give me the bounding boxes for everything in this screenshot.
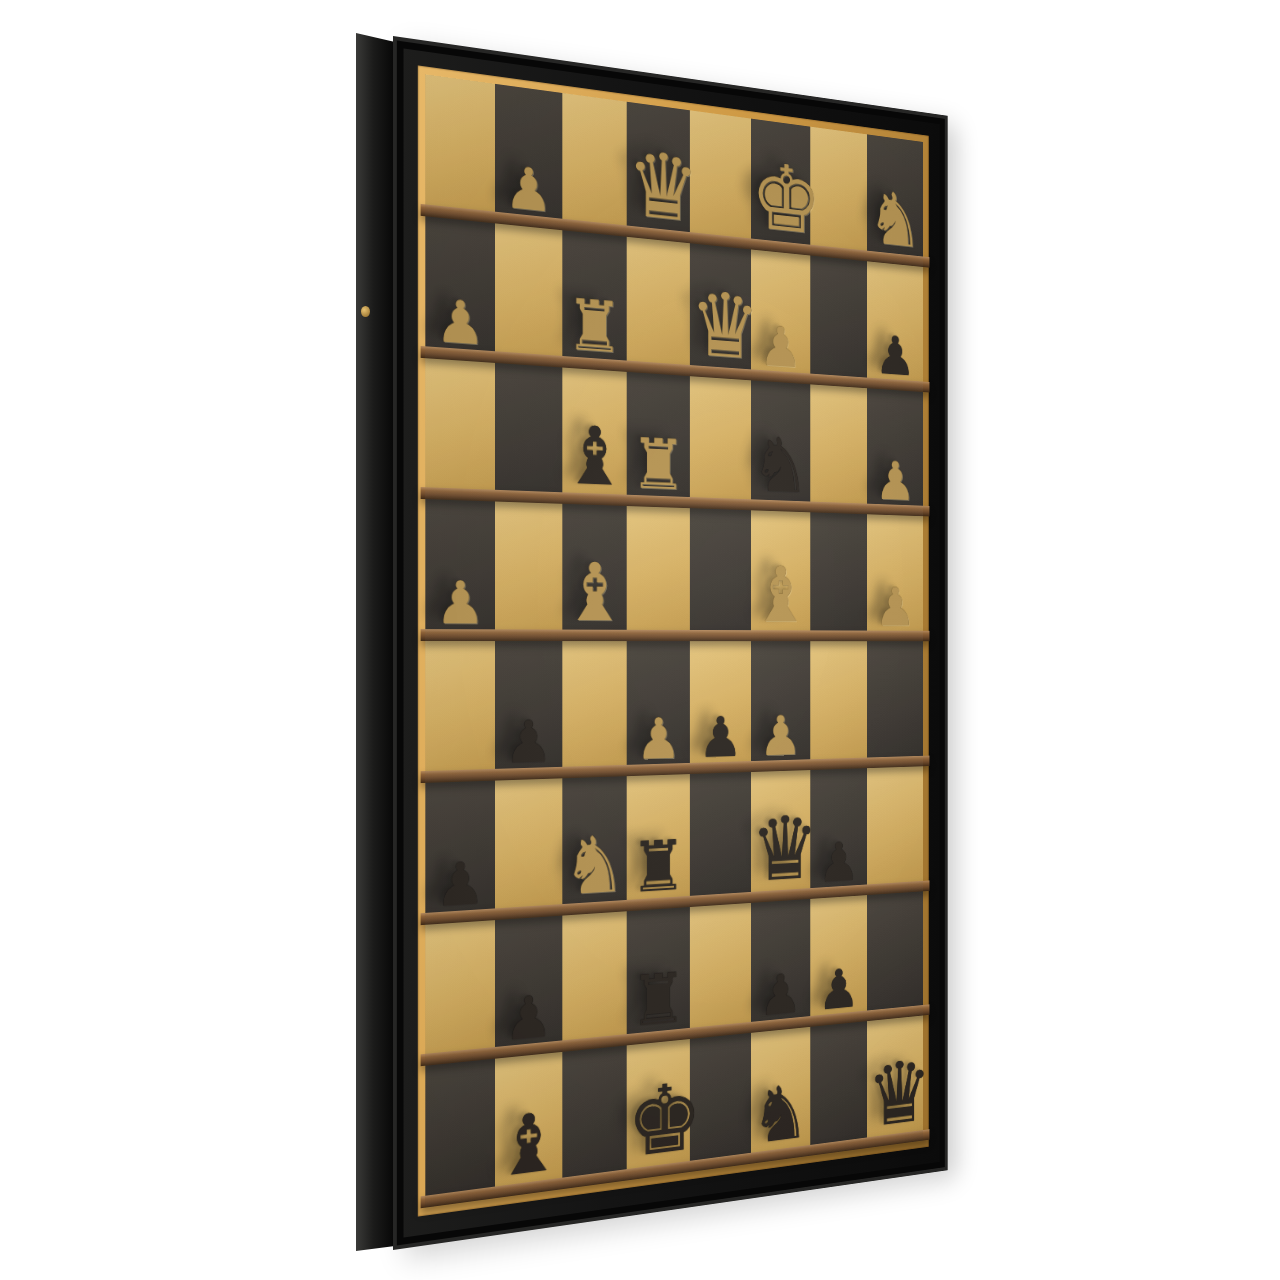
piece-black-pawn-e4[interactable]: ♟ <box>690 709 751 766</box>
frame-left-side-face <box>356 33 395 1251</box>
piece-gold-king-f8[interactable]: ♚ <box>751 149 810 247</box>
square-b5[interactable] <box>495 502 562 641</box>
piece-gold-pawn-b8[interactable]: ♟ <box>495 156 562 222</box>
piece-black-pawn-b2[interactable]: ♟ <box>495 986 562 1050</box>
square-e3[interactable] <box>690 772 751 907</box>
square-g7[interactable] <box>810 255 867 388</box>
piece-black-bishop-b1[interactable]: ♝ <box>495 1100 562 1190</box>
square-g6[interactable] <box>810 384 867 515</box>
piece-black-queen-h1[interactable]: ♛ <box>867 1049 923 1140</box>
square-c1[interactable] <box>562 1046 627 1190</box>
square-h3[interactable] <box>867 766 923 895</box>
square-b6[interactable] <box>495 362 562 504</box>
square-h4[interactable] <box>867 641 923 768</box>
square-a1[interactable] <box>425 1059 494 1208</box>
piece-gold-pawn-a5[interactable]: ♟ <box>425 573 494 633</box>
piece-black-pawn-b4[interactable]: ♟ <box>495 712 562 772</box>
square-e5[interactable] <box>690 508 751 641</box>
piece-black-queen-f3[interactable]: ♛ <box>751 804 810 894</box>
square-h2[interactable] <box>867 891 923 1021</box>
square-e8[interactable] <box>690 110 751 249</box>
piece-black-pawn-f2[interactable]: ♟ <box>751 965 810 1025</box>
chess-wall-case: ♟♛♚♞♟♜♛♟♟♝♜♞♟♟♝♝♟♟♟♟♟♟♞♜♛♟♟♜♟♟♝♚♞♛ <box>393 36 948 1250</box>
piece-gold-pawn-f4[interactable]: ♟ <box>751 708 810 764</box>
piece-black-knight-f1[interactable]: ♞ <box>751 1074 810 1156</box>
square-b7[interactable] <box>495 223 562 367</box>
piece-black-rook-d3[interactable]: ♜ <box>627 829 690 902</box>
square-c8[interactable] <box>562 93 627 237</box>
piece-black-knight-f6[interactable]: ♞ <box>751 427 810 504</box>
shelf-rank-5 <box>421 629 930 641</box>
piece-gold-rook-c7[interactable]: ♜ <box>562 287 627 363</box>
square-c2[interactable] <box>562 911 627 1052</box>
board-field: ♟♛♚♞♟♜♛♟♟♝♜♞♟♟♝♝♟♟♟♟♟♟♞♜♛♟♟♜♟♟♝♚♞♛ <box>425 74 923 1207</box>
square-b3[interactable] <box>495 778 562 920</box>
piece-gold-pawn-f7[interactable]: ♟ <box>751 317 810 376</box>
piece-black-pawn-h7[interactable]: ♟ <box>867 327 923 384</box>
piece-black-rook-d2[interactable]: ♜ <box>627 962 690 1037</box>
square-c4[interactable] <box>562 641 627 778</box>
square-d7[interactable] <box>627 237 690 376</box>
hanger-knob <box>361 306 370 317</box>
piece-black-king-d1[interactable]: ♚ <box>627 1071 690 1172</box>
square-a2[interactable] <box>425 920 494 1066</box>
piece-black-pawn-g2[interactable]: ♟ <box>810 960 867 1019</box>
square-g4[interactable] <box>810 641 867 770</box>
piece-gold-knight-h8[interactable]: ♞ <box>867 180 923 259</box>
square-e6[interactable] <box>690 376 751 511</box>
square-g1[interactable] <box>810 1021 867 1155</box>
product-photo-scene: ♟♛♚♞♟♜♛♟♟♝♜♞♟♟♝♝♟♟♟♟♟♟♞♜♛♟♟♜♟♟♝♚♞♛ <box>0 0 1280 1280</box>
piece-gold-pawn-d4[interactable]: ♟ <box>627 710 690 768</box>
piece-gold-queen-d8[interactable]: ♛ <box>627 137 690 234</box>
piece-black-bishop-c6[interactable]: ♝ <box>562 415 627 498</box>
square-d5[interactable] <box>627 506 690 641</box>
piece-gold-rook-d6[interactable]: ♜ <box>627 428 690 500</box>
piece-gold-pawn-a7[interactable]: ♟ <box>425 289 494 353</box>
piece-gold-pawn-h5[interactable]: ♟ <box>867 580 923 633</box>
piece-gold-pawn-h6[interactable]: ♟ <box>867 453 923 508</box>
piece-gold-bishop-c5[interactable]: ♝ <box>562 552 627 633</box>
square-a4[interactable] <box>425 641 494 783</box>
square-e2[interactable] <box>690 902 751 1039</box>
square-g5[interactable] <box>810 513 867 642</box>
square-a8[interactable] <box>425 74 494 223</box>
piece-black-pawn-g3[interactable]: ♟ <box>810 833 867 890</box>
piece-gold-bishop-f5[interactable]: ♝ <box>751 556 810 633</box>
square-a6[interactable] <box>425 358 494 502</box>
piece-black-pawn-a3[interactable]: ♟ <box>425 852 494 915</box>
piece-gold-knight-c3[interactable]: ♞ <box>562 825 627 907</box>
piece-gold-queen-e7[interactable]: ♛ <box>690 278 751 372</box>
